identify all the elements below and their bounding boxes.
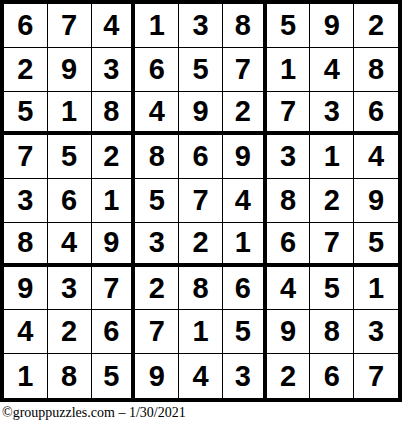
cell-r6c7: 6 bbox=[267, 223, 311, 267]
cell-r4c9: 4 bbox=[354, 135, 398, 179]
cell-r7c4: 2 bbox=[135, 267, 179, 311]
cell-r4c3: 2 bbox=[92, 135, 136, 179]
cell-r6c1: 8 bbox=[4, 223, 48, 267]
cell-r3c5: 9 bbox=[179, 92, 223, 136]
cell-r3c7: 7 bbox=[267, 92, 311, 136]
cell-r6c5: 2 bbox=[179, 223, 223, 267]
cell-r5c9: 9 bbox=[354, 179, 398, 223]
cell-r6c8: 7 bbox=[310, 223, 354, 267]
cell-r3c2: 1 bbox=[48, 92, 92, 136]
cell-r8c1: 4 bbox=[4, 310, 48, 354]
cell-r2c8: 4 bbox=[310, 48, 354, 92]
cell-r5c2: 6 bbox=[48, 179, 92, 223]
cell-r4c6: 9 bbox=[223, 135, 267, 179]
copyright-credit: ©grouppuzzles.com – 1/30/2021 bbox=[2, 405, 186, 421]
cell-r5c7: 8 bbox=[267, 179, 311, 223]
cell-r7c8: 5 bbox=[310, 267, 354, 311]
cell-r9c1: 1 bbox=[4, 354, 48, 398]
cell-r5c3: 1 bbox=[92, 179, 136, 223]
cell-r2c7: 1 bbox=[267, 48, 311, 92]
cell-r3c3: 8 bbox=[92, 92, 136, 136]
cell-r9c7: 2 bbox=[267, 354, 311, 398]
cell-r8c6: 5 bbox=[223, 310, 267, 354]
cell-r9c4: 9 bbox=[135, 354, 179, 398]
cell-r7c5: 8 bbox=[179, 267, 223, 311]
cell-r2c9: 8 bbox=[354, 48, 398, 92]
cell-r6c6: 1 bbox=[223, 223, 267, 267]
cell-r1c2: 7 bbox=[48, 4, 92, 48]
cell-r4c8: 1 bbox=[310, 135, 354, 179]
cell-r5c6: 4 bbox=[223, 179, 267, 223]
cell-r1c4: 1 bbox=[135, 4, 179, 48]
cell-r5c1: 3 bbox=[4, 179, 48, 223]
cell-r9c8: 6 bbox=[310, 354, 354, 398]
cell-r7c9: 1 bbox=[354, 267, 398, 311]
cell-r3c6: 2 bbox=[223, 92, 267, 136]
cell-r1c5: 3 bbox=[179, 4, 223, 48]
cell-r7c1: 9 bbox=[4, 267, 48, 311]
cell-r9c5: 4 bbox=[179, 354, 223, 398]
cell-r2c2: 9 bbox=[48, 48, 92, 92]
cell-r6c2: 4 bbox=[48, 223, 92, 267]
cell-r4c1: 7 bbox=[4, 135, 48, 179]
cell-r4c7: 3 bbox=[267, 135, 311, 179]
cell-r1c7: 5 bbox=[267, 4, 311, 48]
cell-r7c7: 4 bbox=[267, 267, 311, 311]
cell-r1c8: 9 bbox=[310, 4, 354, 48]
cell-r7c2: 3 bbox=[48, 267, 92, 311]
cell-r3c8: 3 bbox=[310, 92, 354, 136]
cell-r4c4: 8 bbox=[135, 135, 179, 179]
cell-r1c1: 6 bbox=[4, 4, 48, 48]
sudoku-board: 6741385922936571485184927367528693143615… bbox=[0, 0, 402, 402]
cell-r2c4: 6 bbox=[135, 48, 179, 92]
cell-r8c4: 7 bbox=[135, 310, 179, 354]
cell-r1c3: 4 bbox=[92, 4, 136, 48]
cell-r5c5: 7 bbox=[179, 179, 223, 223]
cell-r2c5: 5 bbox=[179, 48, 223, 92]
cell-r9c3: 5 bbox=[92, 354, 136, 398]
cell-r4c2: 5 bbox=[48, 135, 92, 179]
cell-r8c9: 3 bbox=[354, 310, 398, 354]
cell-r8c5: 1 bbox=[179, 310, 223, 354]
cell-r2c3: 3 bbox=[92, 48, 136, 92]
cell-r1c6: 8 bbox=[223, 4, 267, 48]
cell-r9c2: 8 bbox=[48, 354, 92, 398]
cell-r6c9: 5 bbox=[354, 223, 398, 267]
cell-r5c4: 5 bbox=[135, 179, 179, 223]
cell-r7c3: 7 bbox=[92, 267, 136, 311]
cell-r7c6: 6 bbox=[223, 267, 267, 311]
cell-r5c8: 2 bbox=[310, 179, 354, 223]
cell-r8c8: 8 bbox=[310, 310, 354, 354]
cell-r4c5: 6 bbox=[179, 135, 223, 179]
cell-r9c6: 3 bbox=[223, 354, 267, 398]
cell-r1c9: 2 bbox=[354, 4, 398, 48]
cell-r8c7: 9 bbox=[267, 310, 311, 354]
cell-r6c4: 3 bbox=[135, 223, 179, 267]
cell-r3c9: 6 bbox=[354, 92, 398, 136]
cell-r8c3: 6 bbox=[92, 310, 136, 354]
cell-r3c1: 5 bbox=[4, 92, 48, 136]
cell-r2c1: 2 bbox=[4, 48, 48, 92]
cell-r3c4: 4 bbox=[135, 92, 179, 136]
cell-r2c6: 7 bbox=[223, 48, 267, 92]
cell-r8c2: 2 bbox=[48, 310, 92, 354]
cell-r6c3: 9 bbox=[92, 223, 136, 267]
cell-r9c9: 7 bbox=[354, 354, 398, 398]
